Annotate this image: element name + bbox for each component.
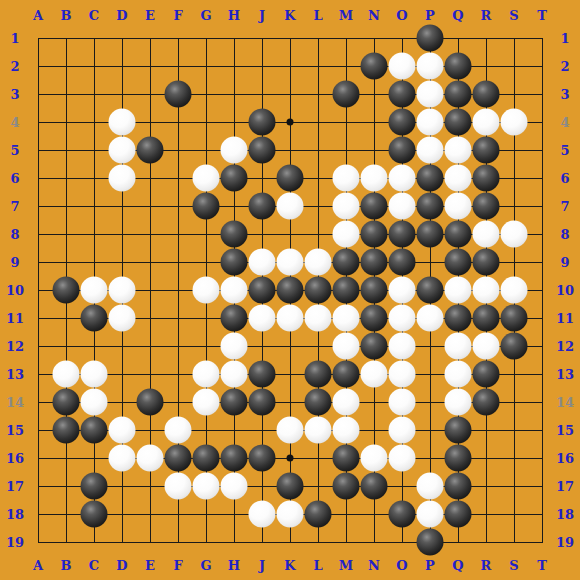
row-label-left-15: 15	[6, 423, 24, 438]
stone-white-Q14	[445, 389, 472, 416]
stone-white-Q6	[445, 165, 472, 192]
stone-black-H6	[221, 165, 248, 192]
stone-white-C10	[81, 277, 108, 304]
row-label-right-10: 10	[556, 283, 574, 298]
stone-black-F3	[165, 81, 192, 108]
stone-white-M14	[333, 389, 360, 416]
stone-black-K17	[277, 473, 304, 500]
row-label-right-6: 6	[560, 171, 569, 186]
col-label-bottom-G: G	[200, 558, 211, 573]
stone-black-F16	[165, 445, 192, 472]
stone-black-Q17	[445, 473, 472, 500]
row-label-left-10: 10	[6, 283, 24, 298]
stone-white-K11	[277, 305, 304, 332]
stone-black-P7	[417, 193, 444, 220]
stone-white-O6	[389, 165, 416, 192]
stone-black-Q15	[445, 417, 472, 444]
stone-white-G10	[193, 277, 220, 304]
stone-black-E5	[137, 137, 164, 164]
stone-white-F17	[165, 473, 192, 500]
stone-white-C14	[81, 389, 108, 416]
stone-black-B15	[53, 417, 80, 444]
stone-black-M3	[333, 81, 360, 108]
grid-horizontal-line-19	[38, 542, 543, 543]
row-label-left-8: 8	[10, 227, 19, 242]
col-label-top-A: A	[33, 8, 43, 23]
stone-black-N8	[361, 221, 388, 248]
stone-white-O10	[389, 277, 416, 304]
row-label-right-11: 11	[556, 311, 574, 326]
row-label-left-3: 3	[10, 87, 19, 102]
stone-black-R13	[473, 361, 500, 388]
stone-white-D11	[109, 305, 136, 332]
stone-black-L18	[305, 501, 332, 528]
stone-white-D4	[109, 109, 136, 136]
col-label-top-H: H	[228, 8, 240, 23]
stone-black-P6	[417, 165, 444, 192]
stone-white-Q12	[445, 333, 472, 360]
col-label-top-O: O	[396, 8, 407, 23]
col-label-bottom-F: F	[173, 558, 182, 573]
stone-white-O7	[389, 193, 416, 220]
stone-white-R4	[473, 109, 500, 136]
stone-black-H11	[221, 305, 248, 332]
stone-black-S11	[501, 305, 528, 332]
row-label-right-7: 7	[560, 199, 569, 214]
stone-white-P2	[417, 53, 444, 80]
stone-white-J9	[249, 249, 276, 276]
stone-white-M8	[333, 221, 360, 248]
col-label-top-M: M	[339, 8, 353, 23]
stone-black-H16	[221, 445, 248, 472]
stone-white-S10	[501, 277, 528, 304]
row-label-left-17: 17	[6, 479, 24, 494]
stone-white-R10	[473, 277, 500, 304]
stone-white-H12	[221, 333, 248, 360]
stone-white-O2	[389, 53, 416, 80]
stone-black-N2	[361, 53, 388, 80]
stone-white-D5	[109, 137, 136, 164]
stone-black-N10	[361, 277, 388, 304]
stone-white-J11	[249, 305, 276, 332]
stone-white-S8	[501, 221, 528, 248]
stone-white-O12	[389, 333, 416, 360]
row-label-right-12: 12	[556, 339, 574, 354]
row-label-left-14: 14	[6, 395, 24, 410]
stone-black-R6	[473, 165, 500, 192]
row-label-right-4: 4	[560, 115, 569, 130]
stone-black-N12	[361, 333, 388, 360]
stone-white-D6	[109, 165, 136, 192]
stone-black-P8	[417, 221, 444, 248]
row-label-left-13: 13	[6, 367, 24, 382]
col-label-top-P: P	[425, 8, 435, 23]
col-label-top-C: C	[89, 8, 99, 23]
col-label-bottom-L: L	[313, 558, 322, 573]
stone-white-H13	[221, 361, 248, 388]
stone-white-G6	[193, 165, 220, 192]
row-label-right-2: 2	[560, 59, 569, 74]
stone-black-B14	[53, 389, 80, 416]
row-label-left-1: 1	[10, 31, 19, 46]
stone-white-G13	[193, 361, 220, 388]
col-label-bottom-P: P	[425, 558, 435, 573]
row-label-right-8: 8	[560, 227, 569, 242]
col-label-bottom-R: R	[481, 558, 492, 573]
stone-white-D15	[109, 417, 136, 444]
stone-black-R14	[473, 389, 500, 416]
row-label-left-5: 5	[10, 143, 19, 158]
col-label-bottom-M: M	[339, 558, 353, 573]
row-label-right-3: 3	[560, 87, 569, 102]
col-label-bottom-H: H	[228, 558, 240, 573]
col-label-top-F: F	[173, 8, 182, 23]
stone-black-Q2	[445, 53, 472, 80]
col-label-top-N: N	[368, 8, 380, 23]
stone-white-O11	[389, 305, 416, 332]
stone-black-O4	[389, 109, 416, 136]
stone-black-J5	[249, 137, 276, 164]
stone-black-H14	[221, 389, 248, 416]
stone-white-P11	[417, 305, 444, 332]
stone-white-R8	[473, 221, 500, 248]
stone-black-C11	[81, 305, 108, 332]
stone-white-P5	[417, 137, 444, 164]
row-label-right-14: 14	[556, 395, 574, 410]
stone-white-M15	[333, 417, 360, 444]
col-label-top-K: K	[284, 8, 295, 23]
stone-black-K10	[277, 277, 304, 304]
col-label-top-Q: Q	[452, 8, 463, 23]
stone-black-S12	[501, 333, 528, 360]
grid-vertical-line-T	[542, 38, 543, 543]
col-label-top-G: G	[200, 8, 211, 23]
stone-white-J18	[249, 501, 276, 528]
stone-black-H9	[221, 249, 248, 276]
row-label-right-16: 16	[556, 451, 574, 466]
stone-white-F15	[165, 417, 192, 444]
stone-white-O16	[389, 445, 416, 472]
row-label-right-13: 13	[556, 367, 574, 382]
stone-black-O8	[389, 221, 416, 248]
stone-black-J10	[249, 277, 276, 304]
stone-black-O3	[389, 81, 416, 108]
stone-white-K7	[277, 193, 304, 220]
col-label-bottom-Q: Q	[452, 558, 463, 573]
stone-black-M10	[333, 277, 360, 304]
stone-white-H5	[221, 137, 248, 164]
col-label-top-R: R	[481, 8, 492, 23]
col-label-top-B: B	[61, 8, 72, 23]
row-label-left-11: 11	[6, 311, 24, 326]
stone-white-P18	[417, 501, 444, 528]
stone-white-G14	[193, 389, 220, 416]
stone-white-M11	[333, 305, 360, 332]
row-label-left-4: 4	[10, 115, 19, 130]
stone-black-H8	[221, 221, 248, 248]
stone-black-N7	[361, 193, 388, 220]
row-label-right-18: 18	[556, 507, 574, 522]
stone-black-L10	[305, 277, 332, 304]
row-label-left-9: 9	[10, 255, 19, 270]
stone-white-Q5	[445, 137, 472, 164]
star-point-K16	[287, 455, 294, 462]
stone-black-G16	[193, 445, 220, 472]
stone-black-C18	[81, 501, 108, 528]
stone-white-L9	[305, 249, 332, 276]
col-label-bottom-E: E	[145, 558, 155, 573]
row-label-left-12: 12	[6, 339, 24, 354]
stone-black-E14	[137, 389, 164, 416]
stone-black-R9	[473, 249, 500, 276]
stone-white-H17	[221, 473, 248, 500]
stone-black-N17	[361, 473, 388, 500]
stone-white-D10	[109, 277, 136, 304]
stone-black-Q3	[445, 81, 472, 108]
row-label-right-19: 19	[556, 535, 574, 550]
stone-white-M7	[333, 193, 360, 220]
row-label-left-2: 2	[10, 59, 19, 74]
go-board[interactable]: AA11BB22CC33DD44EE55FF66GG77HH88JJ99KK10…	[0, 0, 580, 580]
stone-white-S4	[501, 109, 528, 136]
stone-white-C13	[81, 361, 108, 388]
col-label-bottom-C: C	[89, 558, 99, 573]
stone-white-N6	[361, 165, 388, 192]
stone-black-R11	[473, 305, 500, 332]
stone-black-J16	[249, 445, 276, 472]
stone-black-C15	[81, 417, 108, 444]
col-label-bottom-S: S	[509, 558, 518, 573]
stone-black-R5	[473, 137, 500, 164]
row-label-right-9: 9	[560, 255, 569, 270]
stone-black-O18	[389, 501, 416, 528]
stone-black-K6	[277, 165, 304, 192]
stone-black-O5	[389, 137, 416, 164]
stone-white-N16	[361, 445, 388, 472]
col-label-bottom-T: T	[537, 558, 547, 573]
col-label-top-J: J	[259, 8, 265, 23]
stone-white-L15	[305, 417, 332, 444]
col-label-top-E: E	[145, 8, 155, 23]
col-label-top-S: S	[509, 8, 518, 23]
stone-white-D16	[109, 445, 136, 472]
col-label-bottom-J: J	[259, 558, 265, 573]
stone-black-L14	[305, 389, 332, 416]
row-label-right-15: 15	[556, 423, 574, 438]
row-label-right-5: 5	[560, 143, 569, 158]
stone-white-O13	[389, 361, 416, 388]
row-label-left-19: 19	[6, 535, 24, 550]
col-label-top-T: T	[537, 8, 547, 23]
stone-black-M9	[333, 249, 360, 276]
stone-white-K15	[277, 417, 304, 444]
stone-black-M17	[333, 473, 360, 500]
stone-black-N11	[361, 305, 388, 332]
col-label-bottom-N: N	[368, 558, 380, 573]
stone-black-B10	[53, 277, 80, 304]
col-label-top-D: D	[116, 8, 127, 23]
stone-white-K9	[277, 249, 304, 276]
row-label-left-7: 7	[10, 199, 19, 214]
stone-black-R7	[473, 193, 500, 220]
stone-black-Q8	[445, 221, 472, 248]
stone-black-Q18	[445, 501, 472, 528]
stone-black-R3	[473, 81, 500, 108]
stone-black-M16	[333, 445, 360, 472]
stone-black-N9	[361, 249, 388, 276]
col-label-bottom-B: B	[61, 558, 72, 573]
stone-white-K18	[277, 501, 304, 528]
stone-black-Q9	[445, 249, 472, 276]
stone-black-P19	[417, 529, 444, 556]
stone-white-O15	[389, 417, 416, 444]
stone-white-Q13	[445, 361, 472, 388]
stone-white-H10	[221, 277, 248, 304]
stone-black-G7	[193, 193, 220, 220]
row-label-right-1: 1	[560, 31, 569, 46]
stone-white-E16	[137, 445, 164, 472]
row-label-right-17: 17	[556, 479, 574, 494]
stone-black-Q4	[445, 109, 472, 136]
stone-black-P10	[417, 277, 444, 304]
stone-black-C17	[81, 473, 108, 500]
col-label-bottom-O: O	[396, 558, 407, 573]
stone-black-J7	[249, 193, 276, 220]
stone-white-B13	[53, 361, 80, 388]
stone-black-P1	[417, 25, 444, 52]
row-label-left-16: 16	[6, 451, 24, 466]
stone-white-N13	[361, 361, 388, 388]
stone-black-O9	[389, 249, 416, 276]
col-label-bottom-A: A	[33, 558, 43, 573]
col-label-bottom-K: K	[284, 558, 295, 573]
stone-black-L13	[305, 361, 332, 388]
stone-white-R12	[473, 333, 500, 360]
stone-black-J14	[249, 389, 276, 416]
col-label-bottom-D: D	[116, 558, 127, 573]
row-label-left-18: 18	[6, 507, 24, 522]
stone-black-J13	[249, 361, 276, 388]
stone-black-Q11	[445, 305, 472, 332]
stone-white-M12	[333, 333, 360, 360]
stone-white-Q10	[445, 277, 472, 304]
stone-black-J4	[249, 109, 276, 136]
stone-white-P3	[417, 81, 444, 108]
stone-white-P17	[417, 473, 444, 500]
col-label-top-L: L	[313, 8, 322, 23]
stone-white-M6	[333, 165, 360, 192]
stone-black-Q16	[445, 445, 472, 472]
stone-white-P4	[417, 109, 444, 136]
stone-white-O14	[389, 389, 416, 416]
stone-white-L11	[305, 305, 332, 332]
stone-black-M13	[333, 361, 360, 388]
stone-white-G17	[193, 473, 220, 500]
row-label-left-6: 6	[10, 171, 19, 186]
star-point-K4	[287, 119, 294, 126]
stone-white-Q7	[445, 193, 472, 220]
